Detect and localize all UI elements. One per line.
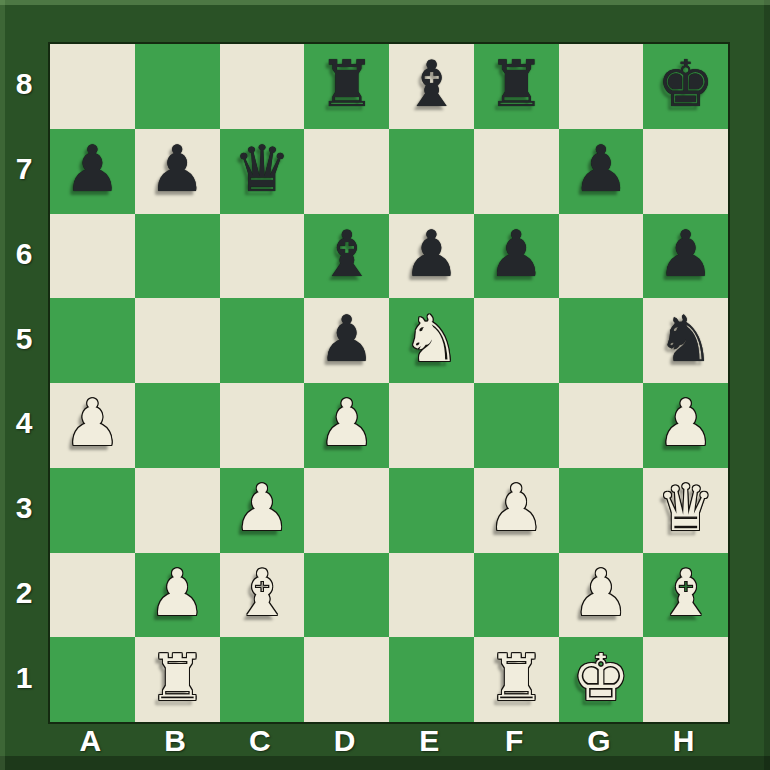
file-label-c: C (218, 722, 303, 760)
rank-label-6: 6 (0, 212, 48, 297)
piece-white-pawn: ♟ (657, 391, 714, 455)
square-b6[interactable] (135, 214, 220, 299)
square-e3[interactable] (389, 468, 474, 553)
square-c4[interactable] (220, 383, 305, 468)
piece-black-pawn: ♟ (318, 307, 375, 371)
piece-black-rook: ♜ (487, 52, 544, 116)
square-f6[interactable]: ♟ (474, 214, 559, 299)
file-label-e: E (387, 722, 472, 760)
rank-label-4: 4 (0, 381, 48, 466)
chess-diagram: 87654321 ♜♝♜♚♟♟♛♟♝♟♟♟♟♞♞♟♟♟♟♟♛♟♝♟♝♜♜♚ AB… (0, 0, 770, 770)
square-g5[interactable] (559, 298, 644, 383)
square-c3[interactable]: ♟ (220, 468, 305, 553)
square-c6[interactable] (220, 214, 305, 299)
square-d8[interactable]: ♜ (304, 44, 389, 129)
square-a3[interactable] (50, 468, 135, 553)
square-d3[interactable] (304, 468, 389, 553)
file-label-f: F (472, 722, 557, 760)
piece-black-queen: ♛ (233, 137, 290, 201)
piece-white-rook: ♜ (148, 646, 205, 710)
piece-white-knight: ♞ (403, 307, 460, 371)
rank-label-3: 3 (0, 466, 48, 551)
file-label-a: A (48, 722, 133, 760)
file-label-g: G (557, 722, 642, 760)
square-e6[interactable]: ♟ (389, 214, 474, 299)
square-e2[interactable] (389, 553, 474, 638)
square-g6[interactable] (559, 214, 644, 299)
piece-black-pawn: ♟ (657, 222, 714, 286)
piece-white-pawn: ♟ (233, 476, 290, 540)
square-h6[interactable]: ♟ (643, 214, 728, 299)
square-b3[interactable] (135, 468, 220, 553)
piece-black-pawn: ♟ (64, 137, 121, 201)
square-f3[interactable]: ♟ (474, 468, 559, 553)
square-e4[interactable] (389, 383, 474, 468)
square-h8[interactable]: ♚ (643, 44, 728, 129)
piece-white-pawn: ♟ (318, 391, 375, 455)
square-d1[interactable] (304, 637, 389, 722)
file-label-h: H (641, 722, 726, 760)
piece-black-pawn: ♟ (403, 222, 460, 286)
square-h5[interactable]: ♞ (643, 298, 728, 383)
square-g3[interactable] (559, 468, 644, 553)
square-c7[interactable]: ♛ (220, 129, 305, 214)
rank-label-7: 7 (0, 127, 48, 212)
square-a7[interactable]: ♟ (50, 129, 135, 214)
square-b5[interactable] (135, 298, 220, 383)
square-e1[interactable] (389, 637, 474, 722)
piece-white-pawn: ♟ (148, 561, 205, 625)
square-g8[interactable] (559, 44, 644, 129)
rank-label-2: 2 (0, 551, 48, 636)
square-e8[interactable]: ♝ (389, 44, 474, 129)
square-a5[interactable] (50, 298, 135, 383)
piece-white-bishop: ♝ (233, 561, 290, 625)
square-f7[interactable] (474, 129, 559, 214)
square-d2[interactable] (304, 553, 389, 638)
square-b7[interactable]: ♟ (135, 129, 220, 214)
square-c8[interactable] (220, 44, 305, 129)
square-c1[interactable] (220, 637, 305, 722)
square-f1[interactable]: ♜ (474, 637, 559, 722)
piece-black-bishop: ♝ (318, 222, 375, 286)
square-a6[interactable] (50, 214, 135, 299)
piece-black-rook: ♜ (318, 52, 375, 116)
square-g7[interactable]: ♟ (559, 129, 644, 214)
piece-white-king: ♚ (572, 646, 629, 710)
square-h2[interactable]: ♝ (643, 553, 728, 638)
piece-white-pawn: ♟ (64, 391, 121, 455)
square-a1[interactable] (50, 637, 135, 722)
square-c5[interactable] (220, 298, 305, 383)
square-d7[interactable] (304, 129, 389, 214)
square-d5[interactable]: ♟ (304, 298, 389, 383)
square-b4[interactable] (135, 383, 220, 468)
square-c2[interactable]: ♝ (220, 553, 305, 638)
square-h1[interactable] (643, 637, 728, 722)
square-f8[interactable]: ♜ (474, 44, 559, 129)
piece-black-king: ♚ (657, 52, 714, 116)
rank-labels: 87654321 (0, 42, 48, 720)
file-labels: ABCDEFGH (48, 722, 726, 760)
square-e7[interactable] (389, 129, 474, 214)
square-f2[interactable] (474, 553, 559, 638)
square-g2[interactable]: ♟ (559, 553, 644, 638)
square-d4[interactable]: ♟ (304, 383, 389, 468)
square-g1[interactable]: ♚ (559, 637, 644, 722)
square-h3[interactable]: ♛ (643, 468, 728, 553)
square-a8[interactable] (50, 44, 135, 129)
square-a2[interactable] (50, 553, 135, 638)
piece-black-knight: ♞ (657, 307, 714, 371)
square-g4[interactable] (559, 383, 644, 468)
piece-black-pawn: ♟ (148, 137, 205, 201)
piece-black-pawn: ♟ (572, 137, 629, 201)
chess-board: ♜♝♜♚♟♟♛♟♝♟♟♟♟♞♞♟♟♟♟♟♛♟♝♟♝♜♜♚ (48, 42, 730, 724)
square-h7[interactable] (643, 129, 728, 214)
square-b2[interactable]: ♟ (135, 553, 220, 638)
square-f4[interactable] (474, 383, 559, 468)
rank-label-8: 8 (0, 42, 48, 127)
rank-label-1: 1 (0, 635, 48, 720)
square-a4[interactable]: ♟ (50, 383, 135, 468)
file-label-d: D (302, 722, 387, 760)
square-e5[interactable]: ♞ (389, 298, 474, 383)
file-label-b: B (133, 722, 218, 760)
piece-white-pawn: ♟ (572, 561, 629, 625)
square-b1[interactable]: ♜ (135, 637, 220, 722)
square-h4[interactable]: ♟ (643, 383, 728, 468)
piece-black-pawn: ♟ (487, 222, 544, 286)
piece-black-bishop: ♝ (403, 52, 460, 116)
piece-white-bishop: ♝ (657, 561, 714, 625)
square-b8[interactable] (135, 44, 220, 129)
square-f5[interactable] (474, 298, 559, 383)
piece-white-rook: ♜ (487, 646, 544, 710)
square-d6[interactable]: ♝ (304, 214, 389, 299)
rank-label-5: 5 (0, 296, 48, 381)
piece-white-queen: ♛ (657, 476, 714, 540)
piece-white-pawn: ♟ (487, 476, 544, 540)
